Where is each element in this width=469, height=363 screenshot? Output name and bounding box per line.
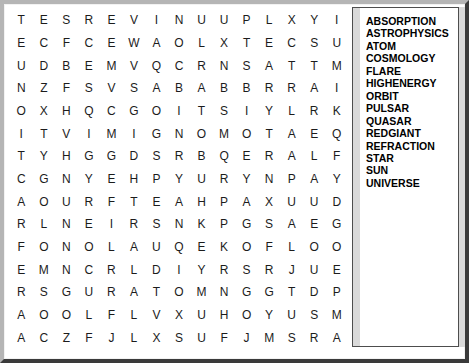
- grid-cell[interactable]: W: [123, 32, 146, 55]
- grid-cell[interactable]: G: [55, 281, 78, 304]
- grid-cell[interactable]: P: [280, 168, 303, 191]
- grid-cell[interactable]: L: [33, 213, 56, 236]
- grid-cell[interactable]: V: [145, 304, 168, 327]
- grid-cell[interactable]: O: [235, 122, 258, 145]
- grid-cell[interactable]: E: [235, 145, 258, 168]
- grid-cell[interactable]: U: [190, 168, 213, 191]
- grid-cell[interactable]: S: [280, 326, 303, 349]
- grid-cell[interactable]: C: [168, 54, 191, 77]
- grid-cell[interactable]: S: [123, 77, 146, 100]
- grid-cell[interactable]: M: [33, 258, 56, 281]
- grid-cell[interactable]: R: [258, 145, 281, 168]
- grid-cell[interactable]: G: [325, 213, 348, 236]
- grid-cell[interactable]: L: [123, 258, 146, 281]
- grid-cell[interactable]: I: [325, 9, 348, 32]
- word-list-panel: ABSORPTIONASTROPHYSICSATOMCOSMOLOGYFLARE…: [352, 7, 459, 347]
- grid-cell[interactable]: I: [168, 100, 191, 123]
- grid-cell[interactable]: B: [168, 77, 191, 100]
- grid-cell[interactable]: U: [213, 9, 236, 32]
- grid-cell[interactable]: F: [55, 32, 78, 55]
- grid-cell[interactable]: T: [280, 281, 303, 304]
- word-list-item: STAR: [366, 152, 456, 164]
- grid-cell[interactable]: T: [280, 54, 303, 77]
- grid-cell[interactable]: Z: [33, 77, 56, 100]
- grid-cell[interactable]: H: [123, 168, 146, 191]
- grid-cell[interactable]: U: [145, 236, 168, 259]
- grid-cell[interactable]: I: [78, 122, 101, 145]
- grid-cell[interactable]: F: [55, 77, 78, 100]
- grid-cell[interactable]: E: [100, 9, 123, 32]
- grid-cell[interactable]: G: [100, 145, 123, 168]
- grid-cell[interactable]: S: [303, 32, 326, 55]
- grid-cell[interactable]: U: [55, 190, 78, 213]
- grid-cell[interactable]: M: [100, 122, 123, 145]
- grid-cell[interactable]: R: [78, 190, 101, 213]
- letter-grid[interactable]: TESREVINUUPLXYIECFCEWAOLXTECSUUDBEMVQCRN…: [10, 9, 348, 349]
- grid-cell[interactable]: O: [303, 236, 326, 259]
- grid-cell[interactable]: T: [258, 122, 281, 145]
- grid-cell[interactable]: B: [55, 54, 78, 77]
- grid-cell[interactable]: O: [55, 304, 78, 327]
- grid-cell[interactable]: D: [303, 281, 326, 304]
- grid-cell[interactable]: S: [145, 145, 168, 168]
- grid-cell[interactable]: M: [213, 122, 236, 145]
- grid-cell[interactable]: C: [100, 100, 123, 123]
- grid-cell[interactable]: O: [235, 304, 258, 327]
- grid-cell[interactable]: S: [258, 213, 281, 236]
- grid-cell[interactable]: X: [168, 304, 191, 327]
- grid-cell[interactable]: U: [325, 32, 348, 55]
- grid-cell[interactable]: S: [235, 258, 258, 281]
- word-list-item: ASTROPHYSICS: [366, 27, 456, 39]
- grid-cell[interactable]: C: [78, 258, 101, 281]
- grid-cell[interactable]: U: [78, 281, 101, 304]
- grid-cell[interactable]: Q: [168, 236, 191, 259]
- grid-cell[interactable]: U: [280, 190, 303, 213]
- grid-cell[interactable]: D: [123, 145, 146, 168]
- grid-cell[interactable]: N: [168, 9, 191, 32]
- grid-cell[interactable]: S: [303, 304, 326, 327]
- grid-cell[interactable]: T: [145, 281, 168, 304]
- grid-cell[interactable]: A: [190, 77, 213, 100]
- grid-cell[interactable]: Y: [190, 258, 213, 281]
- grid-cell[interactable]: K: [325, 100, 348, 123]
- word-list-item: UNIVERSE: [366, 177, 456, 189]
- grid-cell[interactable]: E: [303, 122, 326, 145]
- grid-cell[interactable]: Y: [325, 168, 348, 191]
- grid-cell[interactable]: L: [78, 304, 101, 327]
- grid-cell[interactable]: V: [55, 122, 78, 145]
- word-list-item: FLARE: [366, 65, 456, 77]
- grid-cell[interactable]: A: [168, 190, 191, 213]
- grid-cell[interactable]: G: [145, 122, 168, 145]
- grid-cell[interactable]: P: [235, 9, 258, 32]
- grid-cell[interactable]: T: [190, 100, 213, 123]
- grid-cell[interactable]: N: [55, 236, 78, 259]
- word-list-item: ORBIT: [366, 90, 456, 102]
- grid-cell[interactable]: F: [10, 236, 33, 259]
- grid-cell[interactable]: E: [78, 213, 101, 236]
- grid-cell[interactable]: R: [100, 281, 123, 304]
- grid-cell[interactable]: B: [235, 77, 258, 100]
- panel-right-gutter: [459, 7, 465, 347]
- grid-cell[interactable]: I: [168, 258, 191, 281]
- grid-cell[interactable]: T: [10, 145, 33, 168]
- grid-cell[interactable]: Q: [213, 145, 236, 168]
- grid-cell[interactable]: R: [10, 213, 33, 236]
- word-list: ABSORPTIONASTROPHYSICSATOMCOSMOLOGYFLARE…: [366, 15, 456, 189]
- grid-cell[interactable]: O: [168, 32, 191, 55]
- grid-cell[interactable]: L: [190, 32, 213, 55]
- grid-cell[interactable]: F: [100, 190, 123, 213]
- grid-cell[interactable]: A: [303, 77, 326, 100]
- word-list-item: REFRACTION: [366, 140, 456, 152]
- grid-cell[interactable]: N: [55, 258, 78, 281]
- grid-cell[interactable]: U: [303, 190, 326, 213]
- grid-cell[interactable]: N: [55, 213, 78, 236]
- grid-cell[interactable]: L: [100, 236, 123, 259]
- grid-cell[interactable]: E: [258, 32, 281, 55]
- grid-cell[interactable]: O: [325, 236, 348, 259]
- grid-cell[interactable]: T: [303, 54, 326, 77]
- grid-cell[interactable]: R: [100, 258, 123, 281]
- grid-cell[interactable]: O: [235, 236, 258, 259]
- grid-cell[interactable]: M: [190, 281, 213, 304]
- grid-cell[interactable]: I: [325, 77, 348, 100]
- grid-cell[interactable]: Y: [258, 100, 281, 123]
- grid-cell[interactable]: U: [10, 54, 33, 77]
- grid-cell[interactable]: P: [325, 281, 348, 304]
- grid-cell[interactable]: B: [190, 145, 213, 168]
- grid-cell[interactable]: F: [258, 236, 281, 259]
- grid-cell[interactable]: E: [100, 32, 123, 55]
- grid-cell[interactable]: L: [258, 9, 281, 32]
- grid-cell[interactable]: E: [10, 258, 33, 281]
- grid-cell[interactable]: N: [258, 168, 281, 191]
- grid-cell[interactable]: R: [280, 77, 303, 100]
- grid-cell[interactable]: Y: [258, 304, 281, 327]
- grid-cell[interactable]: Q: [325, 122, 348, 145]
- word-search-window: TESREVINUUPLXYIECFCEWAOLXTECSUUDBEMVQCRN…: [0, 0, 469, 363]
- grid-cell[interactable]: C: [280, 32, 303, 55]
- grid-cell[interactable]: A: [280, 145, 303, 168]
- grid-cell[interactable]: K: [213, 236, 236, 259]
- word-list-item: ABSORPTION: [366, 15, 456, 27]
- grid-cell[interactable]: V: [100, 77, 123, 100]
- grid-cell[interactable]: V: [123, 9, 146, 32]
- grid-cell[interactable]: O: [33, 236, 56, 259]
- grid-cell[interactable]: U: [190, 9, 213, 32]
- grid-cell[interactable]: O: [168, 281, 191, 304]
- grid-cell[interactable]: H: [190, 190, 213, 213]
- grid-cell[interactable]: M: [100, 54, 123, 77]
- grid-cell[interactable]: L: [280, 100, 303, 123]
- grid-cell[interactable]: X: [280, 9, 303, 32]
- grid-cell[interactable]: F: [213, 326, 236, 349]
- grid-cell[interactable]: T: [10, 9, 33, 32]
- grid-cell[interactable]: E: [190, 236, 213, 259]
- grid-cell[interactable]: X: [33, 100, 56, 123]
- grid-cell[interactable]: X: [258, 190, 281, 213]
- grid-cell[interactable]: G: [235, 281, 258, 304]
- grid-cell[interactable]: C: [10, 168, 33, 191]
- grid-cell[interactable]: U: [190, 304, 213, 327]
- grid-cell[interactable]: I: [10, 122, 33, 145]
- grid-cell[interactable]: A: [258, 54, 281, 77]
- grid-cell[interactable]: R: [190, 54, 213, 77]
- grid-cell[interactable]: C: [78, 32, 101, 55]
- grid-cell[interactable]: R: [258, 258, 281, 281]
- grid-cell[interactable]: S: [33, 281, 56, 304]
- grid-cell[interactable]: P: [213, 190, 236, 213]
- grid-cell[interactable]: V: [123, 54, 146, 77]
- word-list-item: QUASAR: [366, 115, 456, 127]
- grid-cell[interactable]: S: [168, 326, 191, 349]
- grid-cell[interactable]: A: [325, 326, 348, 349]
- grid-cell[interactable]: O: [33, 190, 56, 213]
- grid-cell[interactable]: I: [100, 213, 123, 236]
- grid-cell[interactable]: L: [123, 326, 146, 349]
- grid-cell[interactable]: H: [55, 145, 78, 168]
- grid-cell[interactable]: M: [258, 326, 281, 349]
- grid-cell[interactable]: E: [10, 32, 33, 55]
- grid-cell[interactable]: E: [145, 190, 168, 213]
- grid-cell[interactable]: N: [213, 281, 236, 304]
- word-list-item: ATOM: [366, 40, 456, 52]
- grid-cell[interactable]: T: [33, 122, 56, 145]
- grid-cell[interactable]: U: [303, 258, 326, 281]
- grid-cell[interactable]: Q: [78, 100, 101, 123]
- grid-cell[interactable]: I: [145, 9, 168, 32]
- word-list-item: PULSAR: [366, 102, 456, 114]
- grid-cell[interactable]: X: [213, 32, 236, 55]
- grid-cell[interactable]: S: [55, 9, 78, 32]
- grid-cell[interactable]: T: [123, 190, 146, 213]
- grid-cell[interactable]: D: [325, 190, 348, 213]
- grid-cell[interactable]: M: [325, 54, 348, 77]
- grid-cell[interactable]: D: [145, 258, 168, 281]
- grid-cell[interactable]: E: [78, 54, 101, 77]
- grid-cell[interactable]: H: [55, 100, 78, 123]
- word-list-item: REDGIANT: [366, 127, 456, 139]
- word-list-item: HIGHENERGY: [366, 77, 456, 89]
- grid-cell[interactable]: S: [235, 54, 258, 77]
- grid-cell[interactable]: O: [78, 236, 101, 259]
- grid-cell[interactable]: P: [145, 168, 168, 191]
- grid-cell[interactable]: F: [100, 304, 123, 327]
- grid-cell[interactable]: D: [33, 54, 56, 77]
- grid-cell[interactable]: E: [325, 258, 348, 281]
- grid-cell[interactable]: L: [280, 236, 303, 259]
- grid-cell[interactable]: E: [100, 168, 123, 191]
- grid-cell[interactable]: U: [280, 304, 303, 327]
- grid-cell[interactable]: A: [10, 304, 33, 327]
- grid-cell[interactable]: G: [258, 281, 281, 304]
- grid-cell[interactable]: A: [235, 190, 258, 213]
- grid-cell[interactable]: T: [235, 32, 258, 55]
- grid-cell[interactable]: R: [213, 168, 236, 191]
- grid-cell[interactable]: G: [123, 100, 146, 123]
- grid-cell[interactable]: N: [10, 77, 33, 100]
- grid-cell[interactable]: S: [78, 77, 101, 100]
- grid-cell[interactable]: R: [213, 258, 236, 281]
- grid-cell[interactable]: I: [235, 100, 258, 123]
- grid-cell[interactable]: S: [213, 100, 236, 123]
- grid-cell[interactable]: E: [303, 213, 326, 236]
- word-list-item: SUN: [366, 164, 456, 176]
- panel-left-gutter: [353, 8, 360, 346]
- grid-cell[interactable]: J: [235, 326, 258, 349]
- grid-cell[interactable]: Z: [55, 326, 78, 349]
- grid-cell[interactable]: R: [303, 100, 326, 123]
- grid-cell[interactable]: G: [78, 145, 101, 168]
- grid-cell[interactable]: A: [145, 32, 168, 55]
- grid-cell[interactable]: A: [280, 213, 303, 236]
- grid-cell[interactable]: Y: [303, 9, 326, 32]
- grid-cell[interactable]: A: [10, 190, 33, 213]
- grid-cell[interactable]: S: [145, 213, 168, 236]
- grid-cell[interactable]: B: [213, 77, 236, 100]
- grid-cell[interactable]: R: [78, 9, 101, 32]
- grid-cell[interactable]: O: [33, 304, 56, 327]
- grid-cell[interactable]: A: [280, 122, 303, 145]
- grid-cell[interactable]: N: [168, 213, 191, 236]
- grid-cell[interactable]: C: [33, 32, 56, 55]
- grid-cell[interactable]: U: [190, 326, 213, 349]
- grid-cell[interactable]: M: [325, 304, 348, 327]
- grid-cell[interactable]: R: [303, 326, 326, 349]
- grid-cell[interactable]: A: [123, 236, 146, 259]
- grid-cell[interactable]: E: [33, 9, 56, 32]
- grid-cell[interactable]: L: [303, 145, 326, 168]
- grid-cell[interactable]: Y: [235, 168, 258, 191]
- grid-cell[interactable]: A: [10, 326, 33, 349]
- grid-cell[interactable]: R: [168, 145, 191, 168]
- grid-cell[interactable]: Y: [78, 168, 101, 191]
- grid-cell[interactable]: Y: [33, 145, 56, 168]
- grid-cell[interactable]: O: [145, 100, 168, 123]
- grid-cell[interactable]: J: [280, 258, 303, 281]
- grid-cell[interactable]: A: [303, 168, 326, 191]
- grid-cell[interactable]: I: [123, 122, 146, 145]
- grid-cell[interactable]: Q: [145, 54, 168, 77]
- grid-cell[interactable]: O: [190, 122, 213, 145]
- grid-cell[interactable]: G: [33, 168, 56, 191]
- grid-cell[interactable]: J: [100, 326, 123, 349]
- grid-cell[interactable]: Y: [168, 168, 191, 191]
- grid-cell[interactable]: F: [78, 326, 101, 349]
- grid-cell[interactable]: A: [123, 281, 146, 304]
- grid-cell[interactable]: N: [168, 122, 191, 145]
- grid-cell[interactable]: K: [190, 213, 213, 236]
- grid-cell[interactable]: F: [325, 145, 348, 168]
- grid-cell[interactable]: N: [213, 54, 236, 77]
- grid-cell[interactable]: R: [123, 213, 146, 236]
- word-list-item: COSMOLOGY: [366, 52, 456, 64]
- grid-cell[interactable]: H: [213, 304, 236, 327]
- grid-cell[interactable]: C: [33, 326, 56, 349]
- grid-cell[interactable]: P: [213, 213, 236, 236]
- grid-cell[interactable]: G: [235, 213, 258, 236]
- grid-cell[interactable]: A: [145, 77, 168, 100]
- grid-cell[interactable]: N: [55, 168, 78, 191]
- grid-cell[interactable]: O: [10, 100, 33, 123]
- grid-cell[interactable]: R: [10, 281, 33, 304]
- grid-cell[interactable]: L: [123, 304, 146, 327]
- grid-cell[interactable]: R: [258, 77, 281, 100]
- grid-cell[interactable]: X: [145, 326, 168, 349]
